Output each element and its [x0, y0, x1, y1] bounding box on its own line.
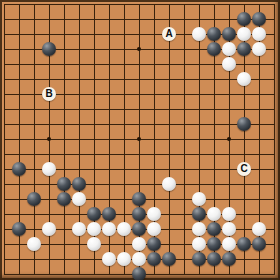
black-stone — [42, 42, 56, 56]
black-stone — [12, 162, 26, 176]
point-label-C[interactable]: C — [237, 162, 251, 176]
white-stone — [102, 222, 116, 236]
white-stone — [237, 27, 251, 41]
white-stone — [207, 207, 221, 221]
go-board: ABC — [0, 0, 280, 280]
white-stone — [252, 222, 266, 236]
white-stone — [87, 237, 101, 251]
black-stone — [237, 42, 251, 56]
grid-line-horizontal — [4, 154, 275, 155]
white-stone — [72, 222, 86, 236]
white-stone — [162, 177, 176, 191]
white-stone — [117, 222, 131, 236]
star-point — [137, 137, 141, 141]
star-point — [137, 47, 141, 51]
black-stone — [132, 192, 146, 206]
white-stone — [222, 222, 236, 236]
white-stone — [252, 27, 266, 41]
white-stone — [87, 222, 101, 236]
black-stone — [207, 27, 221, 41]
black-stone — [27, 192, 41, 206]
white-stone — [147, 207, 161, 221]
white-stone — [42, 162, 56, 176]
white-stone — [252, 42, 266, 56]
white-stone — [147, 222, 161, 236]
black-stone — [237, 12, 251, 26]
black-stone — [252, 12, 266, 26]
white-stone — [132, 252, 146, 266]
black-stone — [12, 222, 26, 236]
black-stone — [132, 207, 146, 221]
grid-line-horizontal — [4, 184, 275, 185]
white-stone — [72, 192, 86, 206]
black-stone — [57, 192, 71, 206]
point-label-B[interactable]: B — [42, 87, 56, 101]
black-stone — [237, 237, 251, 251]
white-stone — [192, 237, 206, 251]
black-stone — [207, 42, 221, 56]
white-stone — [237, 72, 251, 86]
black-stone — [237, 117, 251, 131]
black-stone — [147, 237, 161, 251]
black-stone — [147, 252, 161, 266]
black-stone — [222, 252, 236, 266]
black-stone — [102, 207, 116, 221]
white-stone — [42, 222, 56, 236]
grid-line-vertical — [274, 4, 275, 275]
grid-line-vertical — [184, 4, 185, 275]
white-stone — [222, 207, 236, 221]
white-stone — [117, 252, 131, 266]
black-stone — [132, 267, 146, 280]
black-stone — [207, 252, 221, 266]
white-stone — [27, 237, 41, 251]
black-stone — [252, 237, 266, 251]
white-stone — [102, 252, 116, 266]
star-point — [227, 137, 231, 141]
black-stone — [222, 27, 236, 41]
black-stone — [57, 177, 71, 191]
black-stone — [192, 207, 206, 221]
white-stone — [132, 237, 146, 251]
white-stone — [222, 42, 236, 56]
white-stone — [192, 222, 206, 236]
black-stone — [87, 207, 101, 221]
black-stone — [132, 222, 146, 236]
grid-line-vertical — [169, 4, 170, 275]
black-stone — [207, 222, 221, 236]
black-stone — [192, 252, 206, 266]
black-stone — [162, 252, 176, 266]
black-stone — [72, 177, 86, 191]
black-stone — [207, 237, 221, 251]
white-stone — [192, 27, 206, 41]
white-stone — [222, 57, 236, 71]
star-point — [47, 137, 51, 141]
point-label-A[interactable]: A — [162, 27, 176, 41]
white-stone — [192, 192, 206, 206]
white-stone — [222, 237, 236, 251]
